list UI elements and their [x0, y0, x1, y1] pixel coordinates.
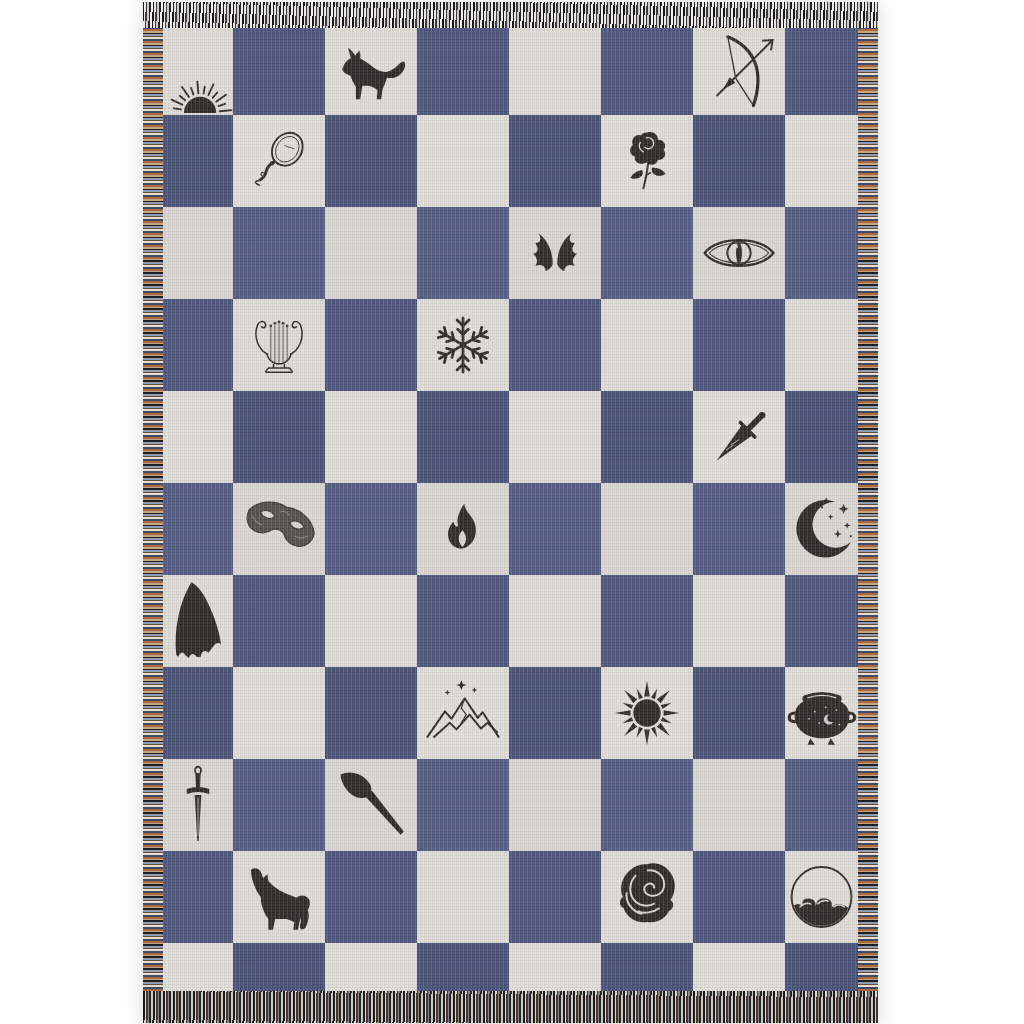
- cloak-icon: [165, 577, 231, 665]
- square-r8c3: [325, 667, 417, 759]
- square-r6c3: [325, 483, 417, 575]
- square-r1c1-rising-sun: [163, 28, 233, 115]
- square-r10c7: [693, 851, 785, 943]
- fox-icon: [335, 36, 407, 108]
- square-r3c6: [601, 207, 693, 299]
- rising-sun-icon: [163, 37, 233, 115]
- square-r10c6-rose-bloom: [601, 851, 693, 943]
- square-r7c4: [417, 575, 509, 667]
- lyre-icon: [245, 311, 313, 379]
- moon-and-waves-icon: [785, 859, 858, 935]
- square-r4c7: [693, 299, 785, 391]
- square-r11c7: [693, 943, 785, 991]
- square-r11c2: [233, 943, 325, 991]
- square-r6c2-masquerade-mask: [233, 483, 325, 575]
- fringe-right: [858, 28, 878, 991]
- square-r2c3: [325, 115, 417, 207]
- square-r1c2: [233, 28, 325, 115]
- square-r4c6: [601, 299, 693, 391]
- square-r5c8: [785, 391, 858, 483]
- crescent-moon-stars-icon: [786, 493, 858, 565]
- product-photo: [0, 0, 1024, 1024]
- square-r5c6: [601, 391, 693, 483]
- square-r2c2-hand-mirror: [233, 115, 325, 207]
- rose-bloom-icon: [608, 858, 686, 936]
- square-r3c1: [163, 207, 233, 299]
- snowflake-icon: [430, 312, 496, 378]
- square-r10c5: [509, 851, 601, 943]
- board: [163, 28, 858, 991]
- square-r9c3-paintbrush: [325, 759, 417, 851]
- square-r2c6-rose: [601, 115, 693, 207]
- board-wrap: [163, 28, 858, 991]
- square-r2c8: [785, 115, 858, 207]
- square-r8c8-cauldron: [785, 667, 858, 759]
- fringe-top: [143, 2, 878, 28]
- square-r11c4: [417, 943, 509, 991]
- square-r3c7-eye: [693, 207, 785, 299]
- square-r8c1: [163, 667, 233, 759]
- square-r8c4-mountains: [417, 667, 509, 759]
- square-r11c6: [601, 943, 693, 991]
- square-r10c2-howling-wolf: [233, 851, 325, 943]
- bat-wings-icon: [517, 215, 593, 291]
- square-r11c8: [785, 943, 858, 991]
- square-r6c8-crescent-moon-stars: [785, 483, 858, 575]
- square-r8c2: [233, 667, 325, 759]
- square-r6c1: [163, 483, 233, 575]
- square-r7c5: [509, 575, 601, 667]
- square-r9c2: [233, 759, 325, 851]
- square-r3c8: [785, 207, 858, 299]
- square-r5c4: [417, 391, 509, 483]
- square-r4c4-snowflake: [417, 299, 509, 391]
- square-r1c3-fox: [325, 28, 417, 115]
- square-r4c5: [509, 299, 601, 391]
- square-r1c8: [785, 28, 858, 115]
- sun-icon: [611, 677, 683, 749]
- fringe-bottom: [143, 991, 878, 1023]
- mountains-icon: [422, 672, 504, 754]
- flame-icon: [433, 499, 493, 559]
- square-r5c5: [509, 391, 601, 483]
- square-r7c8: [785, 575, 858, 667]
- dagger-icon: [706, 404, 772, 470]
- square-r8c6-sun: [601, 667, 693, 759]
- square-r7c6: [601, 575, 693, 667]
- square-r9c6: [601, 759, 693, 851]
- square-r9c4: [417, 759, 509, 851]
- square-r7c7: [693, 575, 785, 667]
- square-r5c1: [163, 391, 233, 483]
- square-r8c5: [509, 667, 601, 759]
- bow-and-arrow-icon: [699, 32, 779, 112]
- square-r6c7: [693, 483, 785, 575]
- square-r11c5: [509, 943, 601, 991]
- square-r3c3: [325, 207, 417, 299]
- square-r2c7: [693, 115, 785, 207]
- square-r1c7-bow-and-arrow: [693, 28, 785, 115]
- square-r4c2-lyre: [233, 299, 325, 391]
- square-r10c8-moon-and-waves: [785, 851, 858, 943]
- howling-wolf-icon: [241, 859, 317, 935]
- square-r5c2: [233, 391, 325, 483]
- cauldron-icon: [786, 677, 858, 749]
- square-r11c3: [325, 943, 417, 991]
- square-r7c1-cloak: [163, 575, 233, 667]
- square-r4c8: [785, 299, 858, 391]
- square-r8c7: [693, 667, 785, 759]
- sword-icon: [165, 763, 231, 847]
- square-r6c5: [509, 483, 601, 575]
- eye-icon: [700, 214, 778, 292]
- rose-icon: [615, 129, 679, 193]
- square-r7c3: [325, 575, 417, 667]
- square-r9c5: [509, 759, 601, 851]
- square-r10c3: [325, 851, 417, 943]
- square-r7c2: [233, 575, 325, 667]
- square-r5c7-dagger: [693, 391, 785, 483]
- square-r1c4: [417, 28, 509, 115]
- square-r3c5-bat-wings: [509, 207, 601, 299]
- square-r2c5: [509, 115, 601, 207]
- square-r9c7: [693, 759, 785, 851]
- square-r11c1: [163, 943, 233, 991]
- square-r2c1: [163, 115, 233, 207]
- square-r4c1: [163, 299, 233, 391]
- fringe-left: [143, 28, 163, 991]
- square-r10c1: [163, 851, 233, 943]
- square-r9c1-sword: [163, 759, 233, 851]
- square-r5c3: [325, 391, 417, 483]
- square-r9c8: [785, 759, 858, 851]
- square-r2c4: [417, 115, 509, 207]
- square-r6c4-flame: [417, 483, 509, 575]
- hand-mirror-icon: [243, 125, 315, 197]
- square-r1c5: [509, 28, 601, 115]
- square-r3c4: [417, 207, 509, 299]
- masquerade-mask-icon: [238, 488, 320, 570]
- woven-blanket: [143, 2, 878, 1023]
- square-r3c2: [233, 207, 325, 299]
- square-r4c3: [325, 299, 417, 391]
- square-r10c4: [417, 851, 509, 943]
- square-r1c6: [601, 28, 693, 115]
- square-r6c6: [601, 483, 693, 575]
- paintbrush-icon: [333, 767, 409, 843]
